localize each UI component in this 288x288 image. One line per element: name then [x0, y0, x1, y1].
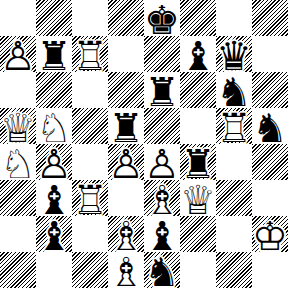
- square-e4[interactable]: ♟♙: [144, 144, 180, 180]
- piece-white-rook[interactable]: ♜♖: [72, 38, 108, 72]
- piece-black-knight[interactable]: ♞♞: [144, 254, 180, 288]
- square-b7[interactable]: ♜♜: [36, 36, 72, 72]
- square-c8[interactable]: [72, 0, 108, 36]
- black-king-icon: ♚: [144, 2, 180, 36]
- black-bishop-icon: ♝: [144, 218, 180, 252]
- piece-black-knight[interactable]: ♞♞: [216, 74, 252, 108]
- square-e2[interactable]: ♝♝: [144, 216, 180, 252]
- square-h3[interactable]: [252, 180, 288, 216]
- square-f6[interactable]: [180, 72, 216, 108]
- white-pawn-icon: ♙: [0, 38, 36, 72]
- piece-white-bishop[interactable]: ♝♗: [108, 254, 144, 288]
- piece-white-knight[interactable]: ♞♘: [0, 146, 36, 180]
- piece-black-rook[interactable]: ♜♜: [108, 110, 144, 144]
- piece-black-queen[interactable]: ♛♛: [216, 38, 252, 72]
- white-pawn-icon: ♙: [144, 146, 180, 180]
- square-a2[interactable]: [0, 216, 36, 252]
- square-f8[interactable]: [180, 0, 216, 36]
- square-d4[interactable]: ♟♙: [108, 144, 144, 180]
- square-e8[interactable]: ♚♚: [144, 0, 180, 36]
- square-d8[interactable]: [108, 0, 144, 36]
- square-d5[interactable]: ♜♜: [108, 108, 144, 144]
- piece-black-bishop[interactable]: ♝♝: [180, 38, 216, 72]
- piece-white-bishop[interactable]: ♝♗: [144, 182, 180, 216]
- square-f3[interactable]: ♛♕: [180, 180, 216, 216]
- square-g7[interactable]: ♛♛: [216, 36, 252, 72]
- white-pawn-icon: ♙: [36, 146, 72, 180]
- square-h5[interactable]: ♞♞: [252, 108, 288, 144]
- piece-white-queen[interactable]: ♛♕: [0, 110, 36, 144]
- white-pawn-icon: ♙: [108, 146, 144, 180]
- piece-white-king[interactable]: ♚♔: [252, 218, 288, 252]
- piece-white-rook[interactable]: ♜♖: [72, 182, 108, 216]
- piece-black-bishop[interactable]: ♝♝: [144, 218, 180, 252]
- piece-white-bishop[interactable]: ♝♗: [108, 218, 144, 252]
- square-c5[interactable]: [72, 108, 108, 144]
- square-c7[interactable]: ♜♖: [72, 36, 108, 72]
- square-b6[interactable]: [36, 72, 72, 108]
- white-bishop-icon: ♗: [144, 182, 180, 216]
- white-rook-icon: ♖: [72, 182, 108, 216]
- square-g4[interactable]: [216, 144, 252, 180]
- square-a1[interactable]: [0, 252, 36, 288]
- square-h2[interactable]: ♚♔: [252, 216, 288, 252]
- piece-black-rook[interactable]: ♜♜: [36, 38, 72, 72]
- square-b8[interactable]: [36, 0, 72, 36]
- square-a8[interactable]: [0, 0, 36, 36]
- white-bishop-icon: ♗: [108, 254, 144, 288]
- square-a4[interactable]: ♞♘: [0, 144, 36, 180]
- square-h8[interactable]: [252, 0, 288, 36]
- square-e3[interactable]: ♝♗: [144, 180, 180, 216]
- square-d1[interactable]: ♝♗: [108, 252, 144, 288]
- white-king-icon: ♔: [252, 218, 288, 252]
- square-h7[interactable]: [252, 36, 288, 72]
- square-f1[interactable]: [180, 252, 216, 288]
- piece-black-bishop[interactable]: ♝♝: [36, 182, 72, 216]
- piece-white-knight[interactable]: ♞♘: [36, 110, 72, 144]
- piece-black-rook[interactable]: ♜♜: [180, 146, 216, 180]
- square-c4[interactable]: [72, 144, 108, 180]
- black-rook-icon: ♜: [180, 146, 216, 180]
- square-e7[interactable]: [144, 36, 180, 72]
- square-h1[interactable]: [252, 252, 288, 288]
- square-c6[interactable]: [72, 72, 108, 108]
- square-b4[interactable]: ♟♙: [36, 144, 72, 180]
- square-g2[interactable]: [216, 216, 252, 252]
- white-knight-icon: ♘: [0, 146, 36, 180]
- square-f4[interactable]: ♜♜: [180, 144, 216, 180]
- square-g5[interactable]: ♜♖: [216, 108, 252, 144]
- square-d6[interactable]: [108, 72, 144, 108]
- square-c3[interactable]: ♜♖: [72, 180, 108, 216]
- square-h6[interactable]: [252, 72, 288, 108]
- square-a6[interactable]: [0, 72, 36, 108]
- square-g6[interactable]: ♞♞: [216, 72, 252, 108]
- white-queen-icon: ♕: [180, 182, 216, 216]
- black-knight-icon: ♞: [216, 74, 252, 108]
- square-g8[interactable]: [216, 0, 252, 36]
- square-g3[interactable]: [216, 180, 252, 216]
- piece-black-king[interactable]: ♚♚: [144, 2, 180, 36]
- black-rook-icon: ♜: [36, 38, 72, 72]
- square-c1[interactable]: [72, 252, 108, 288]
- square-a3[interactable]: [0, 180, 36, 216]
- square-b2[interactable]: ♝♝: [36, 216, 72, 252]
- square-h4[interactable]: [252, 144, 288, 180]
- black-knight-icon: ♞: [144, 254, 180, 288]
- piece-black-rook[interactable]: ♜♜: [144, 74, 180, 108]
- piece-black-knight[interactable]: ♞♞: [252, 110, 288, 144]
- black-bishop-icon: ♝: [36, 218, 72, 252]
- square-a7[interactable]: ♟♙: [0, 36, 36, 72]
- piece-white-queen[interactable]: ♛♕: [180, 182, 216, 216]
- chess-board: ♚♚♟♙♜♜♜♖♝♝♛♛♜♜♞♞♛♕♞♘♜♜♜♖♞♞♞♘♟♙♟♙♟♙♜♜♝♝♜♖…: [0, 0, 288, 288]
- square-f2[interactable]: [180, 216, 216, 252]
- white-knight-icon: ♘: [36, 110, 72, 144]
- piece-white-pawn[interactable]: ♟♙: [0, 38, 36, 72]
- black-queen-icon: ♛: [216, 38, 252, 72]
- black-bishop-icon: ♝: [36, 182, 72, 216]
- square-b5[interactable]: ♞♘: [36, 108, 72, 144]
- square-d3[interactable]: [108, 180, 144, 216]
- square-e6[interactable]: ♜♜: [144, 72, 180, 108]
- piece-white-pawn[interactable]: ♟♙: [144, 146, 180, 180]
- piece-white-pawn[interactable]: ♟♙: [108, 146, 144, 180]
- square-c2[interactable]: [72, 216, 108, 252]
- white-queen-icon: ♕: [0, 110, 36, 144]
- white-rook-icon: ♖: [216, 110, 252, 144]
- square-a5[interactable]: ♛♕: [0, 108, 36, 144]
- square-e1[interactable]: ♞♞: [144, 252, 180, 288]
- black-bishop-icon: ♝: [180, 38, 216, 72]
- square-b3[interactable]: ♝♝: [36, 180, 72, 216]
- square-b1[interactable]: [36, 252, 72, 288]
- square-e5[interactable]: [144, 108, 180, 144]
- piece-white-pawn[interactable]: ♟♙: [36, 146, 72, 180]
- square-g1[interactable]: [216, 252, 252, 288]
- square-f7[interactable]: ♝♝: [180, 36, 216, 72]
- piece-white-rook[interactable]: ♜♖: [216, 110, 252, 144]
- piece-black-bishop[interactable]: ♝♝: [36, 218, 72, 252]
- square-d2[interactable]: ♝♗: [108, 216, 144, 252]
- square-d7[interactable]: [108, 36, 144, 72]
- white-bishop-icon: ♗: [108, 218, 144, 252]
- black-knight-icon: ♞: [252, 110, 288, 144]
- black-rook-icon: ♜: [144, 74, 180, 108]
- white-rook-icon: ♖: [72, 38, 108, 72]
- square-f5[interactable]: [180, 108, 216, 144]
- black-rook-icon: ♜: [108, 110, 144, 144]
